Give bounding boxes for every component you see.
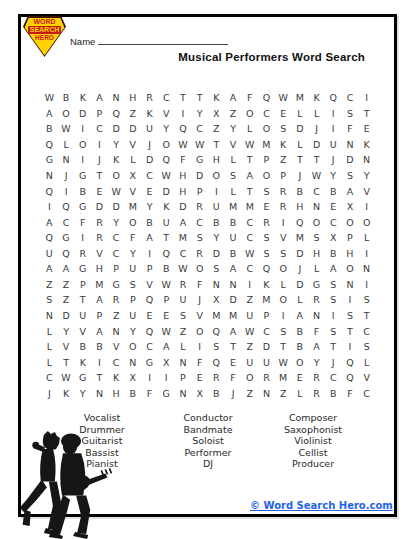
grid-cell[interactable]: T bbox=[241, 183, 258, 199]
grid-cell[interactable]: S bbox=[342, 308, 359, 324]
grid-cell[interactable]: B bbox=[125, 385, 142, 401]
grid-cell[interactable]: T bbox=[358, 106, 375, 122]
grid-cell[interactable]: A bbox=[241, 168, 258, 184]
grid-cell[interactable]: C bbox=[325, 370, 342, 386]
grid-cell[interactable]: U bbox=[175, 292, 192, 308]
grid-cell[interactable]: E bbox=[158, 308, 175, 324]
grid-cell[interactable]: S bbox=[325, 323, 342, 339]
grid-cell[interactable]: B bbox=[41, 121, 58, 137]
grid-cell[interactable]: E bbox=[141, 183, 158, 199]
grid-cell[interactable]: O bbox=[358, 214, 375, 230]
grid-cell[interactable]: R bbox=[74, 246, 91, 262]
grid-cell[interactable]: U bbox=[225, 230, 242, 246]
grid-cell[interactable]: Z bbox=[241, 292, 258, 308]
grid-cell[interactable]: O bbox=[191, 261, 208, 277]
grid-cell[interactable]: V bbox=[141, 277, 158, 293]
grid-cell[interactable]: N bbox=[175, 385, 192, 401]
grid-cell[interactable]: Q bbox=[41, 137, 58, 153]
grid-cell[interactable]: N bbox=[125, 354, 142, 370]
grid-cell[interactable]: T bbox=[358, 308, 375, 324]
grid-cell[interactable]: J bbox=[308, 121, 325, 137]
grid-cell[interactable]: O bbox=[241, 106, 258, 122]
grid-cell[interactable]: R bbox=[258, 370, 275, 386]
grid-cell[interactable]: Q bbox=[258, 261, 275, 277]
grid-cell[interactable]: I bbox=[191, 339, 208, 355]
grid-cell[interactable]: T bbox=[325, 339, 342, 355]
grid-cell[interactable]: B bbox=[74, 339, 91, 355]
grid-cell[interactable]: W bbox=[191, 137, 208, 153]
grid-cell[interactable]: X bbox=[158, 354, 175, 370]
grid-cell[interactable]: I bbox=[358, 277, 375, 293]
grid-cell[interactable]: Q bbox=[41, 230, 58, 246]
grid-cell[interactable]: P bbox=[158, 292, 175, 308]
grid-cell[interactable]: L bbox=[175, 339, 192, 355]
grid-cell[interactable]: C bbox=[141, 339, 158, 355]
grid-cell[interactable]: A bbox=[41, 261, 58, 277]
grid-cell[interactable]: D bbox=[141, 152, 158, 168]
grid-cell[interactable]: A bbox=[91, 292, 108, 308]
grid-cell[interactable]: Z bbox=[175, 323, 192, 339]
grid-cell[interactable]: A bbox=[141, 230, 158, 246]
grid-cell[interactable]: Z bbox=[208, 121, 225, 137]
grid-cell[interactable]: D bbox=[292, 277, 309, 293]
grid-cell[interactable]: K bbox=[275, 137, 292, 153]
grid-cell[interactable]: B bbox=[158, 261, 175, 277]
grid-cell[interactable]: K bbox=[74, 90, 91, 106]
grid-cell[interactable]: W bbox=[308, 168, 325, 184]
grid-cell[interactable]: V bbox=[275, 230, 292, 246]
grid-cell[interactable]: J bbox=[325, 354, 342, 370]
grid-cell[interactable]: I bbox=[158, 370, 175, 386]
grid-cell[interactable]: A bbox=[41, 214, 58, 230]
grid-cell[interactable]: L bbox=[358, 354, 375, 370]
grid-cell[interactable]: Q bbox=[175, 121, 192, 137]
grid-cell[interactable]: Z bbox=[275, 385, 292, 401]
grid-cell[interactable]: R bbox=[275, 183, 292, 199]
grid-cell[interactable]: S bbox=[41, 292, 58, 308]
grid-cell[interactable]: O bbox=[342, 261, 359, 277]
grid-cell[interactable]: N bbox=[358, 261, 375, 277]
grid-cell[interactable]: H bbox=[308, 246, 325, 262]
grid-cell[interactable]: I bbox=[208, 183, 225, 199]
grid-cell[interactable]: A bbox=[225, 261, 242, 277]
grid-cell[interactable]: I bbox=[141, 370, 158, 386]
grid-cell[interactable]: C bbox=[325, 214, 342, 230]
grid-cell[interactable]: T bbox=[91, 168, 108, 184]
grid-cell[interactable]: L bbox=[58, 137, 75, 153]
grid-cell[interactable]: T bbox=[158, 230, 175, 246]
grid-cell[interactable]: C bbox=[191, 214, 208, 230]
grid-cell[interactable]: Q bbox=[158, 246, 175, 262]
grid-cell[interactable]: Y bbox=[325, 168, 342, 184]
grid-cell[interactable]: D bbox=[292, 121, 309, 137]
grid-cell[interactable]: L bbox=[41, 323, 58, 339]
grid-cell[interactable]: O bbox=[108, 168, 125, 184]
grid-cell[interactable]: L bbox=[308, 106, 325, 122]
grid-cell[interactable]: I bbox=[91, 137, 108, 153]
grid-cell[interactable]: W bbox=[275, 90, 292, 106]
grid-cell[interactable]: T bbox=[191, 90, 208, 106]
grid-cell[interactable]: A bbox=[175, 214, 192, 230]
grid-cell[interactable]: J bbox=[292, 168, 309, 184]
grid-cell[interactable]: P bbox=[125, 292, 142, 308]
grid-cell[interactable]: N bbox=[308, 308, 325, 324]
grid-cell[interactable]: R bbox=[191, 246, 208, 262]
grid-cell[interactable]: J bbox=[58, 168, 75, 184]
grid-cell[interactable]: O bbox=[74, 137, 91, 153]
grid-cell[interactable]: D bbox=[158, 183, 175, 199]
grid-cell[interactable]: G bbox=[41, 152, 58, 168]
grid-cell[interactable]: V bbox=[225, 137, 242, 153]
grid-cell[interactable]: N bbox=[225, 277, 242, 293]
grid-cell[interactable]: G bbox=[74, 261, 91, 277]
grid-cell[interactable]: C bbox=[158, 90, 175, 106]
grid-cell[interactable]: E bbox=[325, 199, 342, 215]
grid-cell[interactable]: B bbox=[208, 385, 225, 401]
grid-cell[interactable]: J bbox=[325, 152, 342, 168]
grid-cell[interactable]: S bbox=[275, 323, 292, 339]
grid-cell[interactable]: C bbox=[191, 121, 208, 137]
grid-cell[interactable]: N bbox=[208, 277, 225, 293]
grid-cell[interactable]: G bbox=[74, 199, 91, 215]
grid-cell[interactable]: I bbox=[91, 354, 108, 370]
grid-cell[interactable]: N bbox=[342, 277, 359, 293]
grid-cell[interactable]: P bbox=[275, 168, 292, 184]
grid-cell[interactable]: N bbox=[342, 137, 359, 153]
grid-cell[interactable]: I bbox=[175, 106, 192, 122]
grid-cell[interactable]: L bbox=[292, 106, 309, 122]
grid-cell[interactable]: F bbox=[125, 230, 142, 246]
grid-cell[interactable]: W bbox=[175, 261, 192, 277]
grid-cell[interactable]: K bbox=[308, 90, 325, 106]
grid-cell[interactable]: O bbox=[258, 121, 275, 137]
grid-cell[interactable]: J bbox=[141, 137, 158, 153]
grid-cell[interactable]: P bbox=[258, 152, 275, 168]
grid-cell[interactable]: N bbox=[41, 308, 58, 324]
grid-cell[interactable]: K bbox=[74, 354, 91, 370]
grid-cell[interactable]: U bbox=[125, 308, 142, 324]
grid-cell[interactable]: S bbox=[342, 168, 359, 184]
grid-cell[interactable]: C bbox=[258, 106, 275, 122]
grid-cell[interactable]: F bbox=[342, 385, 359, 401]
grid-cell[interactable]: M bbox=[292, 90, 309, 106]
grid-cell[interactable]: M bbox=[125, 199, 142, 215]
grid-cell[interactable]: Q bbox=[58, 199, 75, 215]
grid-cell[interactable]: O bbox=[275, 261, 292, 277]
grid-cell[interactable]: Y bbox=[358, 168, 375, 184]
grid-cell[interactable]: W bbox=[241, 323, 258, 339]
grid-cell[interactable]: W bbox=[158, 168, 175, 184]
grid-cell[interactable]: V bbox=[125, 137, 142, 153]
grid-cell[interactable]: C bbox=[308, 183, 325, 199]
grid-cell[interactable]: C bbox=[241, 261, 258, 277]
grid-cell[interactable]: L bbox=[275, 277, 292, 293]
grid-cell[interactable]: C bbox=[141, 168, 158, 184]
grid-cell[interactable]: D bbox=[108, 121, 125, 137]
grid-cell[interactable]: X bbox=[325, 230, 342, 246]
grid-cell[interactable]: H bbox=[342, 246, 359, 262]
grid-cell[interactable]: F bbox=[308, 323, 325, 339]
grid-cell[interactable]: Y bbox=[108, 137, 125, 153]
grid-cell[interactable]: Q bbox=[208, 354, 225, 370]
grid-cell[interactable]: N bbox=[58, 152, 75, 168]
grid-cell[interactable]: I bbox=[275, 308, 292, 324]
grid-cell[interactable]: O bbox=[125, 214, 142, 230]
grid-cell[interactable]: S bbox=[258, 230, 275, 246]
grid-cell[interactable]: L bbox=[292, 385, 309, 401]
grid-cell[interactable]: K bbox=[208, 90, 225, 106]
grid-cell[interactable]: T bbox=[74, 292, 91, 308]
grid-cell[interactable]: K bbox=[58, 385, 75, 401]
grid-cell[interactable]: A bbox=[58, 261, 75, 277]
grid-cell[interactable]: W bbox=[58, 370, 75, 386]
grid-cell[interactable]: L bbox=[225, 183, 242, 199]
grid-cell[interactable]: W bbox=[241, 246, 258, 262]
grid-cell[interactable]: T bbox=[342, 323, 359, 339]
grid-cell[interactable]: R bbox=[308, 292, 325, 308]
grid-cell[interactable]: Q bbox=[208, 323, 225, 339]
grid-cell[interactable]: F bbox=[225, 370, 242, 386]
grid-cell[interactable]: D bbox=[74, 106, 91, 122]
grid-cell[interactable]: W bbox=[158, 277, 175, 293]
grid-cell[interactable]: X bbox=[191, 385, 208, 401]
grid-cell[interactable]: Z bbox=[125, 106, 142, 122]
grid-cell[interactable]: G bbox=[141, 354, 158, 370]
grid-cell[interactable]: S bbox=[275, 246, 292, 262]
grid-cell[interactable]: L bbox=[292, 137, 309, 153]
grid-cell[interactable]: U bbox=[258, 354, 275, 370]
grid-cell[interactable]: E bbox=[191, 370, 208, 386]
grid-cell[interactable]: Y bbox=[141, 199, 158, 215]
grid-cell[interactable]: Q bbox=[58, 246, 75, 262]
grid-cell[interactable]: A bbox=[325, 261, 342, 277]
grid-cell[interactable]: B bbox=[225, 246, 242, 262]
grid-cell[interactable]: Y bbox=[308, 354, 325, 370]
grid-cell[interactable]: G bbox=[191, 152, 208, 168]
grid-cell[interactable]: Z bbox=[241, 385, 258, 401]
grid-cell[interactable]: I bbox=[74, 230, 91, 246]
grid-cell[interactable]: Q bbox=[258, 90, 275, 106]
grid-cell[interactable]: V bbox=[358, 370, 375, 386]
grid-cell[interactable]: T bbox=[292, 152, 309, 168]
grid-cell[interactable]: Z bbox=[58, 292, 75, 308]
grid-cell[interactable]: L bbox=[41, 339, 58, 355]
grid-cell[interactable]: T bbox=[241, 152, 258, 168]
grid-cell[interactable]: H bbox=[208, 152, 225, 168]
grid-cell[interactable]: D bbox=[108, 199, 125, 215]
grid-cell[interactable]: O bbox=[58, 106, 75, 122]
grid-cell[interactable]: V bbox=[125, 183, 142, 199]
grid-cell[interactable]: M bbox=[208, 308, 225, 324]
grid-cell[interactable]: G bbox=[58, 230, 75, 246]
grid-cell[interactable]: A bbox=[342, 183, 359, 199]
grid-cell[interactable]: W bbox=[175, 137, 192, 153]
grid-cell[interactable]: P bbox=[175, 370, 192, 386]
grid-cell[interactable]: Z bbox=[41, 277, 58, 293]
grid-cell[interactable]: N bbox=[258, 385, 275, 401]
grid-cell[interactable]: M bbox=[241, 199, 258, 215]
grid-cell[interactable]: S bbox=[275, 121, 292, 137]
grid-cell[interactable]: H bbox=[292, 199, 309, 215]
grid-cell[interactable]: N bbox=[108, 90, 125, 106]
grid-cell[interactable]: X bbox=[208, 292, 225, 308]
grid-cell[interactable]: O bbox=[275, 292, 292, 308]
grid-cell[interactable]: X bbox=[125, 370, 142, 386]
grid-cell[interactable]: I bbox=[358, 90, 375, 106]
grid-cell[interactable]: O bbox=[158, 137, 175, 153]
grid-cell[interactable]: I bbox=[58, 183, 75, 199]
grid-cell[interactable]: U bbox=[74, 308, 91, 324]
grid-cell[interactable]: M bbox=[258, 137, 275, 153]
grid-cell[interactable]: S bbox=[258, 246, 275, 262]
grid-cell[interactable]: D bbox=[91, 199, 108, 215]
grid-cell[interactable]: Y bbox=[208, 230, 225, 246]
grid-cell[interactable]: U bbox=[125, 261, 142, 277]
grid-cell[interactable]: M bbox=[292, 230, 309, 246]
grid-cell[interactable]: V bbox=[108, 339, 125, 355]
grid-cell[interactable]: F bbox=[191, 354, 208, 370]
grid-cell[interactable]: L bbox=[125, 152, 142, 168]
grid-cell[interactable]: G bbox=[74, 168, 91, 184]
grid-cell[interactable]: Z bbox=[275, 152, 292, 168]
grid-cell[interactable]: S bbox=[208, 261, 225, 277]
grid-cell[interactable]: L bbox=[308, 261, 325, 277]
grid-cell[interactable]: E bbox=[358, 121, 375, 137]
grid-cell[interactable]: D bbox=[258, 339, 275, 355]
grid-cell[interactable]: R bbox=[191, 199, 208, 215]
grid-cell[interactable]: E bbox=[292, 370, 309, 386]
grid-cell[interactable]: T bbox=[58, 354, 75, 370]
grid-cell[interactable]: D bbox=[308, 137, 325, 153]
grid-cell[interactable]: Z bbox=[58, 277, 75, 293]
grid-cell[interactable]: J bbox=[191, 292, 208, 308]
grid-cell[interactable]: Z bbox=[241, 339, 258, 355]
grid-cell[interactable]: T bbox=[175, 90, 192, 106]
grid-cell[interactable]: O bbox=[308, 214, 325, 230]
grid-cell[interactable]: C bbox=[58, 214, 75, 230]
grid-cell[interactable]: B bbox=[292, 323, 309, 339]
grid-cell[interactable]: N bbox=[41, 168, 58, 184]
grid-cell[interactable]: E bbox=[275, 106, 292, 122]
grid-cell[interactable]: S bbox=[225, 168, 242, 184]
grid-cell[interactable]: E bbox=[141, 308, 158, 324]
grid-cell[interactable]: O bbox=[241, 370, 258, 386]
grid-cell[interactable]: P bbox=[141, 261, 158, 277]
grid-cell[interactable]: F bbox=[74, 214, 91, 230]
grid-cell[interactable]: D bbox=[225, 292, 242, 308]
grid-cell[interactable]: O bbox=[258, 168, 275, 184]
grid-cell[interactable]: N bbox=[358, 152, 375, 168]
grid-cell[interactable]: B bbox=[58, 90, 75, 106]
grid-cell[interactable]: R bbox=[208, 370, 225, 386]
grid-cell[interactable]: E bbox=[258, 199, 275, 215]
grid-cell[interactable]: Y bbox=[108, 214, 125, 230]
grid-cell[interactable]: H bbox=[175, 168, 192, 184]
grid-cell[interactable]: O bbox=[191, 323, 208, 339]
grid-cell[interactable]: I bbox=[325, 121, 342, 137]
grid-cell[interactable]: X bbox=[342, 199, 359, 215]
grid-cell[interactable]: K bbox=[108, 370, 125, 386]
grid-cell[interactable]: R bbox=[141, 90, 158, 106]
grid-cell[interactable]: K bbox=[141, 106, 158, 122]
grid-cell[interactable]: W bbox=[58, 121, 75, 137]
grid-cell[interactable]: V bbox=[358, 183, 375, 199]
grid-cell[interactable]: B bbox=[325, 183, 342, 199]
grid-cell[interactable]: Q bbox=[141, 292, 158, 308]
grid-cell[interactable]: T bbox=[308, 152, 325, 168]
grid-cell[interactable]: R bbox=[91, 214, 108, 230]
grid-cell[interactable]: Q bbox=[325, 90, 342, 106]
grid-cell[interactable]: P bbox=[258, 308, 275, 324]
grid-cell[interactable]: S bbox=[191, 230, 208, 246]
grid-cell[interactable]: I bbox=[342, 292, 359, 308]
grid-cell[interactable]: Q bbox=[342, 354, 359, 370]
grid-cell[interactable]: U bbox=[41, 246, 58, 262]
grid-cell[interactable]: I bbox=[325, 106, 342, 122]
grid-cell[interactable]: V bbox=[91, 246, 108, 262]
grid-cell[interactable]: P bbox=[91, 308, 108, 324]
grid-cell[interactable]: Z bbox=[108, 308, 125, 324]
grid-cell[interactable]: U bbox=[241, 354, 258, 370]
grid-cell[interactable]: A bbox=[41, 106, 58, 122]
grid-cell[interactable]: I bbox=[74, 121, 91, 137]
grid-cell[interactable]: A bbox=[225, 323, 242, 339]
grid-cell[interactable]: Q bbox=[292, 214, 309, 230]
grid-cell[interactable]: G bbox=[108, 277, 125, 293]
grid-cell[interactable]: C bbox=[175, 246, 192, 262]
grid-cell[interactable]: A bbox=[225, 90, 242, 106]
grid-cell[interactable]: O bbox=[125, 339, 142, 355]
grid-cell[interactable]: R bbox=[258, 214, 275, 230]
grid-cell[interactable]: I bbox=[141, 246, 158, 262]
grid-cell[interactable]: R bbox=[91, 230, 108, 246]
grid-cell[interactable]: L bbox=[358, 230, 375, 246]
grid-cell[interactable]: G bbox=[74, 370, 91, 386]
grid-cell[interactable]: I bbox=[358, 199, 375, 215]
grid-cell[interactable]: J bbox=[91, 152, 108, 168]
grid-cell[interactable]: Y bbox=[125, 323, 142, 339]
grid-cell[interactable]: C bbox=[342, 90, 359, 106]
grid-cell[interactable]: B bbox=[292, 183, 309, 199]
grid-cell[interactable]: R bbox=[308, 370, 325, 386]
grid-cell[interactable]: R bbox=[275, 199, 292, 215]
grid-cell[interactable]: M bbox=[225, 199, 242, 215]
grid-cell[interactable]: M bbox=[175, 230, 192, 246]
grid-cell[interactable]: B bbox=[292, 339, 309, 355]
footer-copyright-link[interactable]: © Word Search Hero.com bbox=[250, 500, 393, 511]
grid-cell[interactable]: N bbox=[175, 354, 192, 370]
grid-cell[interactable]: E bbox=[225, 354, 242, 370]
grid-cell[interactable]: D bbox=[58, 308, 75, 324]
grid-cell[interactable]: B bbox=[325, 246, 342, 262]
grid-cell[interactable]: M bbox=[275, 370, 292, 386]
grid-cell[interactable]: Q bbox=[141, 323, 158, 339]
grid-cell[interactable]: G bbox=[308, 277, 325, 293]
grid-cell[interactable]: W bbox=[108, 183, 125, 199]
grid-cell[interactable]: Y bbox=[191, 106, 208, 122]
grid-cell[interactable]: W bbox=[241, 137, 258, 153]
grid-cell[interactable]: T bbox=[208, 137, 225, 153]
grid-cell[interactable]: A bbox=[91, 323, 108, 339]
grid-cell[interactable]: I bbox=[241, 277, 258, 293]
grid-cell[interactable]: F bbox=[342, 121, 359, 137]
grid-cell[interactable]: S bbox=[342, 106, 359, 122]
grid-cell[interactable]: S bbox=[325, 292, 342, 308]
grid-cell[interactable]: C bbox=[108, 230, 125, 246]
grid-cell[interactable]: C bbox=[258, 323, 275, 339]
grid-cell[interactable]: F bbox=[141, 385, 158, 401]
grid-cell[interactable]: W bbox=[41, 90, 58, 106]
